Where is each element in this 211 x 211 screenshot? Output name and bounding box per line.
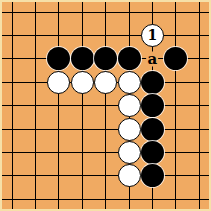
diagram-frame: 1a	[0, 0, 211, 211]
white-stone	[94, 71, 117, 94]
black-stone	[71, 47, 94, 70]
white-stone	[71, 71, 94, 94]
grid-line-horizontal	[2, 129, 209, 130]
grid-line-horizontal	[2, 105, 209, 106]
white-stone	[118, 118, 141, 141]
black-stone	[118, 47, 141, 70]
black-stone	[47, 47, 70, 70]
white-stone	[118, 94, 141, 117]
black-stone	[141, 141, 164, 164]
grid-line-horizontal	[2, 12, 209, 13]
go-board: 1a	[2, 2, 209, 209]
white-stone	[118, 141, 141, 164]
grid-line-horizontal	[2, 175, 209, 176]
white-stone	[47, 71, 70, 94]
black-stone	[141, 94, 164, 117]
point-label-a: a	[147, 51, 159, 66]
black-stone	[141, 164, 164, 187]
grid-line-horizontal	[2, 152, 209, 153]
move-number-label: 1	[148, 28, 158, 42]
white-stone	[118, 71, 141, 94]
white-stone	[118, 164, 141, 187]
grid-line-horizontal	[2, 199, 209, 200]
white-stone-move-1: 1	[141, 24, 164, 47]
black-stone	[141, 118, 164, 141]
grid-line-horizontal	[2, 35, 209, 36]
black-stone	[164, 47, 187, 70]
black-stone	[94, 47, 117, 70]
black-stone	[141, 71, 164, 94]
